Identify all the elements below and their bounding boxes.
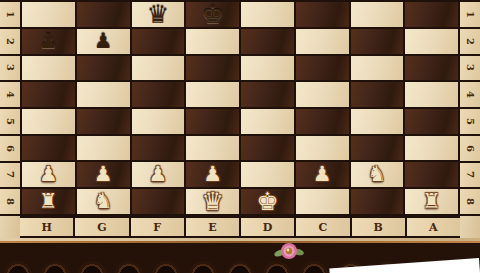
square-c2[interactable] (296, 29, 349, 54)
square-d4[interactable] (241, 82, 294, 107)
white-pawn[interactable]: ♟ (313, 164, 332, 185)
square-e2[interactable] (186, 29, 239, 54)
rank-label-1: 1 (0, 2, 20, 27)
square-e1[interactable]: ♚ (186, 2, 239, 27)
black-queen[interactable]: ♛ (147, 2, 169, 27)
border-corner-right (460, 216, 480, 238)
square-g6[interactable] (77, 136, 130, 161)
rank-labels-left: 12345678 (0, 0, 20, 216)
white-king[interactable]: ♚ (256, 189, 278, 214)
square-d2[interactable] (241, 29, 294, 54)
square-b4[interactable] (351, 82, 404, 107)
rank-label-2: 2 (460, 29, 480, 54)
file-label-D: D (241, 218, 294, 236)
square-c6[interactable] (296, 136, 349, 161)
square-f7[interactable]: ♟ (132, 162, 185, 187)
rank-label-8: 8 (460, 189, 480, 214)
square-d6[interactable] (241, 136, 294, 161)
black-pawn[interactable]: ♟ (94, 31, 113, 52)
square-d8[interactable]: ♚ (241, 189, 294, 214)
file-label-C: C (296, 218, 349, 236)
white-queen[interactable]: ♛ (201, 189, 223, 214)
square-b3[interactable] (351, 56, 404, 81)
rose-decoration (272, 240, 306, 262)
square-a2[interactable] (405, 29, 458, 54)
square-c1[interactable] (296, 2, 349, 27)
square-d1[interactable] (241, 2, 294, 27)
square-b1[interactable] (351, 2, 404, 27)
file-label-A: A (407, 218, 460, 236)
square-h3[interactable] (22, 56, 75, 81)
rank-label-6: 6 (460, 136, 480, 161)
board-grid: ♛♚♟♟♟♟♟♟♟♞♜♞♛♚♜ (20, 0, 460, 216)
square-c8[interactable] (296, 189, 349, 214)
rank-label-1: 1 (460, 2, 480, 27)
square-a3[interactable] (405, 56, 458, 81)
chess-set-photo: 12345678 ♛♚♟♟♟♟♟♟♟♞♜♞♛♚♜ 12345678 HGFEDC… (0, 0, 480, 273)
square-a7[interactable] (405, 162, 458, 187)
file-label-H: H (20, 218, 73, 236)
border-corner-left (0, 216, 20, 238)
square-f1[interactable]: ♛ (132, 2, 185, 27)
square-a8[interactable]: ♜ (405, 189, 458, 214)
square-e4[interactable] (186, 82, 239, 107)
square-f4[interactable] (132, 82, 185, 107)
rank-label-3: 3 (0, 56, 20, 81)
square-e3[interactable] (186, 56, 239, 81)
rank-label-4: 4 (0, 82, 20, 107)
square-g2[interactable]: ♟ (77, 29, 130, 54)
square-c3[interactable] (296, 56, 349, 81)
rank-labels-right: 12345678 (460, 0, 480, 216)
square-c5[interactable] (296, 109, 349, 134)
square-g5[interactable] (77, 109, 130, 134)
white-knight[interactable]: ♞ (367, 164, 386, 185)
white-pawn[interactable]: ♟ (148, 164, 167, 185)
square-f2[interactable] (132, 29, 185, 54)
square-b6[interactable] (351, 136, 404, 161)
rank-label-4: 4 (460, 82, 480, 107)
square-f3[interactable] (132, 56, 185, 81)
white-pawn[interactable]: ♟ (203, 164, 222, 185)
square-c7[interactable]: ♟ (296, 162, 349, 187)
white-rook[interactable]: ♜ (39, 191, 58, 212)
square-f6[interactable] (132, 136, 185, 161)
square-b8[interactable] (351, 189, 404, 214)
rank-label-8: 8 (0, 189, 20, 214)
white-pawn[interactable]: ♟ (39, 164, 58, 185)
rank-label-3: 3 (460, 56, 480, 81)
square-c4[interactable] (296, 82, 349, 107)
file-labels: HGFEDCBA (20, 216, 460, 238)
square-g7[interactable]: ♟ (77, 162, 130, 187)
rank-label-5: 5 (0, 109, 20, 134)
square-g4[interactable] (77, 82, 130, 107)
square-g1[interactable] (77, 2, 130, 27)
black-king[interactable]: ♚ (201, 2, 223, 27)
rank-label-6: 6 (0, 136, 20, 161)
square-d5[interactable] (241, 109, 294, 134)
white-knight[interactable]: ♞ (94, 191, 113, 212)
square-b7[interactable]: ♞ (351, 162, 404, 187)
square-e8[interactable]: ♛ (186, 189, 239, 214)
square-h1[interactable] (22, 2, 75, 27)
square-e6[interactable] (186, 136, 239, 161)
file-label-G: G (75, 218, 128, 236)
file-label-F: F (131, 218, 184, 236)
rank-label-5: 5 (460, 109, 480, 134)
file-label-B: B (352, 218, 405, 236)
square-b2[interactable] (351, 29, 404, 54)
square-f8[interactable] (132, 189, 185, 214)
square-h5[interactable] (22, 109, 75, 134)
square-h4[interactable] (22, 82, 75, 107)
square-h6[interactable] (22, 136, 75, 161)
square-g8[interactable]: ♞ (77, 189, 130, 214)
white-rook[interactable]: ♜ (422, 191, 441, 212)
file-label-E: E (186, 218, 239, 236)
square-h7[interactable]: ♟ (22, 162, 75, 187)
square-h2[interactable]: ♟ (22, 29, 75, 54)
square-e5[interactable] (186, 109, 239, 134)
square-a1[interactable] (405, 2, 458, 27)
white-pawn[interactable]: ♟ (94, 164, 113, 185)
square-h8[interactable]: ♜ (22, 189, 75, 214)
square-b5[interactable] (351, 109, 404, 134)
rank-label-2: 2 (0, 29, 20, 54)
rank-label-7: 7 (460, 163, 480, 188)
rank-label-7: 7 (0, 163, 20, 188)
black-pawn[interactable]: ♟ (39, 31, 58, 52)
square-d3[interactable] (241, 56, 294, 81)
square-f5[interactable] (132, 109, 185, 134)
square-a4[interactable] (405, 82, 458, 107)
square-a6[interactable] (405, 136, 458, 161)
square-d7[interactable] (241, 162, 294, 187)
square-g3[interactable] (77, 56, 130, 81)
square-a5[interactable] (405, 109, 458, 134)
square-e7[interactable]: ♟ (186, 162, 239, 187)
